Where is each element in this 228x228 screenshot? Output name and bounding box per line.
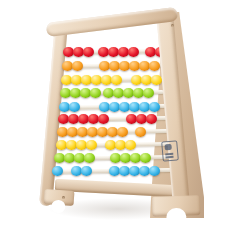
- bead-red[interactable]: [98, 114, 109, 125]
- bead-green[interactable]: [64, 153, 75, 164]
- bead-red[interactable]: [63, 47, 74, 58]
- left-foot: [44, 189, 75, 206]
- hape-logo-stamp: [161, 140, 179, 161]
- bead-orange[interactable]: [117, 127, 128, 138]
- bead-green[interactable]: [103, 88, 114, 99]
- bead-yellow[interactable]: [131, 75, 142, 86]
- bead-red[interactable]: [88, 114, 99, 125]
- bead-yellow[interactable]: [61, 75, 72, 86]
- bead-green[interactable]: [70, 88, 81, 99]
- bead-red[interactable]: [118, 47, 129, 58]
- bead-blue[interactable]: [71, 166, 82, 177]
- bead-yellow[interactable]: [71, 75, 82, 86]
- bead-yellow[interactable]: [66, 140, 77, 151]
- peg-hole: [62, 196, 65, 199]
- bead-yellow[interactable]: [125, 140, 136, 151]
- bead-orange[interactable]: [77, 127, 88, 138]
- bead-green[interactable]: [110, 153, 121, 164]
- right-foot: [152, 195, 201, 217]
- bead-red[interactable]: [146, 114, 157, 125]
- bead-yellow[interactable]: [111, 75, 122, 86]
- bead-green[interactable]: [113, 88, 124, 99]
- abacus-toy: [0, 0, 228, 228]
- bead-yellow[interactable]: [101, 75, 112, 86]
- bead-green[interactable]: [60, 88, 71, 99]
- bead-orange[interactable]: [72, 61, 83, 72]
- bead-blue[interactable]: [59, 102, 70, 113]
- bead-blue[interactable]: [129, 166, 140, 177]
- bead-orange[interactable]: [107, 127, 118, 138]
- bead-blue[interactable]: [149, 166, 160, 177]
- bead-orange[interactable]: [135, 127, 146, 138]
- bead-blue[interactable]: [99, 102, 110, 113]
- bead-green[interactable]: [84, 153, 95, 164]
- bead-green[interactable]: [74, 153, 85, 164]
- bead-orange[interactable]: [57, 127, 68, 138]
- bead-blue[interactable]: [139, 166, 150, 177]
- bead-yellow[interactable]: [56, 140, 67, 151]
- bead-yellow[interactable]: [76, 140, 87, 151]
- hape-logo-glyph: [164, 144, 171, 151]
- bead-orange[interactable]: [67, 127, 78, 138]
- bead-red[interactable]: [145, 47, 156, 58]
- bead-orange[interactable]: [109, 61, 120, 72]
- bead-red[interactable]: [73, 47, 84, 58]
- bead-orange[interactable]: [139, 61, 150, 72]
- bead-green[interactable]: [80, 88, 91, 99]
- bead-yellow[interactable]: [91, 75, 102, 86]
- bead-red[interactable]: [83, 47, 94, 58]
- bead-yellow[interactable]: [115, 140, 126, 151]
- bead-green[interactable]: [140, 153, 151, 164]
- bead-blue[interactable]: [81, 166, 92, 177]
- bead-red[interactable]: [58, 114, 69, 125]
- bead-orange[interactable]: [99, 61, 110, 72]
- bead-orange[interactable]: [129, 61, 140, 72]
- bead-orange[interactable]: [97, 127, 108, 138]
- bead-red[interactable]: [78, 114, 89, 125]
- bead-green[interactable]: [130, 153, 141, 164]
- bead-blue[interactable]: [69, 102, 80, 113]
- bead-green[interactable]: [123, 88, 134, 99]
- bead-yellow[interactable]: [151, 75, 162, 86]
- bead-green[interactable]: [54, 153, 65, 164]
- bead-blue[interactable]: [109, 102, 120, 113]
- bead-red[interactable]: [108, 47, 119, 58]
- bead-orange[interactable]: [119, 61, 130, 72]
- bead-blue[interactable]: [119, 166, 130, 177]
- bead-orange[interactable]: [62, 61, 73, 72]
- bead-orange[interactable]: [87, 127, 98, 138]
- bead-red[interactable]: [98, 47, 109, 58]
- bead-green[interactable]: [120, 153, 131, 164]
- bead-blue[interactable]: [109, 166, 120, 177]
- bead-red[interactable]: [128, 47, 139, 58]
- bead-blue[interactable]: [139, 102, 150, 113]
- peg-hole: [171, 24, 174, 27]
- bead-yellow[interactable]: [81, 75, 92, 86]
- bead-red[interactable]: [126, 114, 137, 125]
- bead-blue[interactable]: [119, 102, 130, 113]
- bead-blue[interactable]: [149, 102, 160, 113]
- bead-green[interactable]: [143, 88, 154, 99]
- bead-orange[interactable]: [149, 61, 160, 72]
- bead-blue[interactable]: [52, 166, 63, 177]
- bead-red[interactable]: [68, 114, 79, 125]
- bead-blue[interactable]: [129, 102, 140, 113]
- bead-green[interactable]: [133, 88, 144, 99]
- bead-green[interactable]: [90, 88, 101, 99]
- bead-red[interactable]: [136, 114, 147, 125]
- bead-yellow[interactable]: [141, 75, 152, 86]
- bead-yellow[interactable]: [105, 140, 116, 151]
- hape-logo-glyph: [165, 156, 173, 159]
- bead-yellow[interactable]: [86, 140, 97, 151]
